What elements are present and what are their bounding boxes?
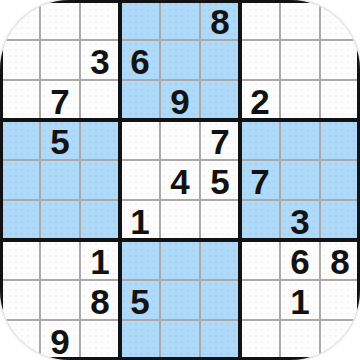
cell-r9c3[interactable] bbox=[80, 320, 120, 360]
cell-r7c1[interactable] bbox=[0, 240, 40, 280]
cell-r4c4[interactable] bbox=[120, 120, 160, 160]
cell-r8c5[interactable] bbox=[160, 280, 200, 320]
cell-r1c7[interactable] bbox=[240, 0, 280, 40]
given-digit: 1 bbox=[90, 244, 109, 279]
given-digit: 3 bbox=[290, 204, 309, 239]
cell-r9c5[interactable] bbox=[160, 320, 200, 360]
cell-r7c3[interactable]: 1 bbox=[80, 240, 120, 280]
cell-r9c7[interactable] bbox=[240, 320, 280, 360]
cell-r3c8[interactable] bbox=[280, 80, 320, 120]
sudoku-app-icon: 83679257457131688519 bbox=[0, 0, 360, 360]
cell-r8c8[interactable]: 1 bbox=[280, 280, 320, 320]
cell-r4c6[interactable]: 7 bbox=[200, 120, 240, 160]
given-digit: 5 bbox=[210, 164, 229, 199]
cell-r5c8[interactable] bbox=[280, 160, 320, 200]
cell-r9c8[interactable] bbox=[280, 320, 320, 360]
cell-r6c1[interactable] bbox=[0, 200, 40, 240]
cell-r1c4[interactable] bbox=[120, 0, 160, 40]
cell-r1c5[interactable] bbox=[160, 0, 200, 40]
given-digit: 9 bbox=[50, 324, 69, 359]
cell-r4c1[interactable] bbox=[0, 120, 40, 160]
given-digit: 3 bbox=[90, 44, 109, 79]
cell-r5c1[interactable] bbox=[0, 160, 40, 200]
cell-r8c1[interactable] bbox=[0, 280, 40, 320]
cell-r7c2[interactable] bbox=[40, 240, 80, 280]
cell-r5c7[interactable]: 7 bbox=[240, 160, 280, 200]
cell-r9c6[interactable] bbox=[200, 320, 240, 360]
cell-r2c7[interactable] bbox=[240, 40, 280, 80]
cell-r7c4[interactable] bbox=[120, 240, 160, 280]
cell-r5c2[interactable] bbox=[40, 160, 80, 200]
cell-r5c9[interactable] bbox=[320, 160, 360, 200]
cell-r2c4[interactable]: 6 bbox=[120, 40, 160, 80]
cell-r5c5[interactable]: 4 bbox=[160, 160, 200, 200]
given-digit: 1 bbox=[130, 204, 149, 239]
cell-r1c9[interactable] bbox=[320, 0, 360, 40]
cell-r7c9[interactable]: 8 bbox=[320, 240, 360, 280]
cell-r6c8[interactable]: 3 bbox=[280, 200, 320, 240]
cell-r7c5[interactable] bbox=[160, 240, 200, 280]
given-digit: 1 bbox=[290, 284, 309, 319]
given-digit: 8 bbox=[210, 4, 229, 39]
cell-r8c2[interactable] bbox=[40, 280, 80, 320]
given-digit: 8 bbox=[330, 244, 349, 279]
cell-r9c4[interactable] bbox=[120, 320, 160, 360]
cell-r3c6[interactable] bbox=[200, 80, 240, 120]
cell-r8c7[interactable] bbox=[240, 280, 280, 320]
cell-r3c1[interactable] bbox=[0, 80, 40, 120]
cell-r1c3[interactable] bbox=[80, 0, 120, 40]
cell-r4c8[interactable] bbox=[280, 120, 320, 160]
cell-r4c2[interactable]: 5 bbox=[40, 120, 80, 160]
given-digit: 6 bbox=[290, 244, 309, 279]
given-digit: 7 bbox=[210, 124, 229, 159]
cell-r6c5[interactable] bbox=[160, 200, 200, 240]
cell-r2c9[interactable] bbox=[320, 40, 360, 80]
cell-r5c4[interactable] bbox=[120, 160, 160, 200]
cell-r6c7[interactable] bbox=[240, 200, 280, 240]
cell-r3c7[interactable]: 2 bbox=[240, 80, 280, 120]
cell-r1c2[interactable] bbox=[40, 0, 80, 40]
cell-r7c7[interactable] bbox=[240, 240, 280, 280]
given-digit: 8 bbox=[90, 284, 109, 319]
given-digit: 5 bbox=[50, 124, 69, 159]
cell-r2c8[interactable] bbox=[280, 40, 320, 80]
cell-r8c3[interactable]: 8 bbox=[80, 280, 120, 320]
given-digit: 2 bbox=[250, 84, 269, 119]
cell-r4c7[interactable] bbox=[240, 120, 280, 160]
cell-r3c5[interactable]: 9 bbox=[160, 80, 200, 120]
cell-r3c2[interactable]: 7 bbox=[40, 80, 80, 120]
given-digit: 7 bbox=[50, 84, 69, 119]
cell-r6c6[interactable] bbox=[200, 200, 240, 240]
cell-r2c5[interactable] bbox=[160, 40, 200, 80]
cell-r1c1[interactable] bbox=[0, 0, 40, 40]
cell-r9c9[interactable] bbox=[320, 320, 360, 360]
cell-r2c3[interactable]: 3 bbox=[80, 40, 120, 80]
cell-r1c6[interactable]: 8 bbox=[200, 0, 240, 40]
cell-r7c8[interactable]: 6 bbox=[280, 240, 320, 280]
cell-r8c4[interactable]: 5 bbox=[120, 280, 160, 320]
cell-r1c8[interactable] bbox=[280, 0, 320, 40]
cell-r9c2[interactable]: 9 bbox=[40, 320, 80, 360]
cell-r6c4[interactable]: 1 bbox=[120, 200, 160, 240]
cell-r5c6[interactable]: 5 bbox=[200, 160, 240, 200]
given-digit: 9 bbox=[170, 84, 189, 119]
cell-r2c1[interactable] bbox=[0, 40, 40, 80]
cell-r4c3[interactable] bbox=[80, 120, 120, 160]
cell-r9c1[interactable] bbox=[0, 320, 40, 360]
cell-r6c3[interactable] bbox=[80, 200, 120, 240]
cell-r6c9[interactable] bbox=[320, 200, 360, 240]
cell-r3c9[interactable] bbox=[320, 80, 360, 120]
cell-r3c3[interactable] bbox=[80, 80, 120, 120]
given-digit: 4 bbox=[170, 164, 189, 199]
cell-r2c2[interactable] bbox=[40, 40, 80, 80]
cell-r8c6[interactable] bbox=[200, 280, 240, 320]
cell-r8c9[interactable] bbox=[320, 280, 360, 320]
given-digit: 5 bbox=[130, 284, 149, 319]
cell-r2c6[interactable] bbox=[200, 40, 240, 80]
cell-r3c4[interactable] bbox=[120, 80, 160, 120]
cell-r4c9[interactable] bbox=[320, 120, 360, 160]
sudoku-board: 83679257457131688519 bbox=[0, 0, 360, 360]
cell-r7c6[interactable] bbox=[200, 240, 240, 280]
cell-r6c2[interactable] bbox=[40, 200, 80, 240]
given-digit: 7 bbox=[250, 164, 269, 199]
cell-r5c3[interactable] bbox=[80, 160, 120, 200]
given-digit: 6 bbox=[130, 44, 149, 79]
cell-r4c5[interactable] bbox=[160, 120, 200, 160]
